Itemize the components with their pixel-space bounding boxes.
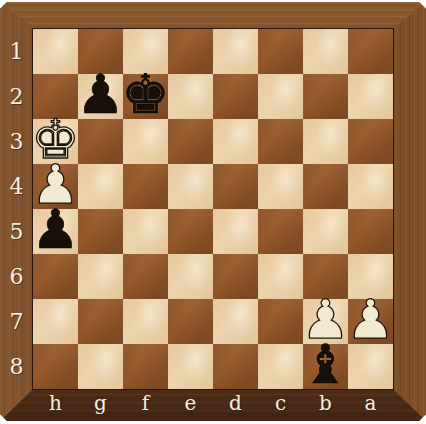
square-c7[interactable] [258,299,303,344]
piece-black-bishop[interactable]: ♝ [301,342,349,387]
square-c2[interactable] [258,74,303,119]
square-f7[interactable] [123,299,168,344]
square-a3[interactable] [348,119,393,164]
square-e3[interactable] [168,119,213,164]
square-g7[interactable] [78,299,123,344]
piece-black-pawn[interactable]: ♟ [31,207,79,252]
square-d8[interactable] [213,344,258,389]
chess-board: ♟♚♚♟♟♟♟♝ [33,29,393,389]
square-e6[interactable] [168,254,213,299]
square-e4[interactable] [168,164,213,209]
square-c3[interactable] [258,119,303,164]
square-d5[interactable] [213,209,258,254]
square-c6[interactable] [258,254,303,299]
square-a5[interactable] [348,209,393,254]
square-c1[interactable] [258,29,303,74]
square-e5[interactable] [168,209,213,254]
square-h7[interactable] [33,299,78,344]
square-a7[interactable]: ♟ [348,299,393,344]
square-f8[interactable] [123,344,168,389]
piece-black-pawn[interactable]: ♟ [76,72,124,117]
square-f6[interactable] [123,254,168,299]
square-d2[interactable] [213,74,258,119]
square-h8[interactable] [33,344,78,389]
square-d6[interactable] [213,254,258,299]
square-h1[interactable] [33,29,78,74]
square-g8[interactable] [78,344,123,389]
square-g6[interactable] [78,254,123,299]
piece-white-pawn[interactable]: ♟ [346,297,394,342]
square-a2[interactable] [348,74,393,119]
square-a8[interactable] [348,344,393,389]
square-f5[interactable] [123,209,168,254]
square-d1[interactable] [213,29,258,74]
square-b8[interactable]: ♝ [303,344,348,389]
square-b4[interactable] [303,164,348,209]
chess-diagram: ♟♚♚♟♟♟♟♝ 12345678hgfedcba [0,0,426,424]
square-c8[interactable] [258,344,303,389]
square-g2[interactable]: ♟ [78,74,123,119]
piece-black-king[interactable]: ♚ [121,72,169,117]
square-b2[interactable] [303,74,348,119]
square-f3[interactable] [123,119,168,164]
square-e1[interactable] [168,29,213,74]
square-c4[interactable] [258,164,303,209]
square-g5[interactable] [78,209,123,254]
square-g3[interactable] [78,119,123,164]
square-d3[interactable] [213,119,258,164]
square-f2[interactable]: ♚ [123,74,168,119]
square-b5[interactable] [303,209,348,254]
square-d4[interactable] [213,164,258,209]
square-f4[interactable] [123,164,168,209]
square-a1[interactable] [348,29,393,74]
square-b3[interactable] [303,119,348,164]
square-c5[interactable] [258,209,303,254]
square-b1[interactable] [303,29,348,74]
square-d7[interactable] [213,299,258,344]
square-h6[interactable] [33,254,78,299]
square-a4[interactable] [348,164,393,209]
square-h5[interactable]: ♟ [33,209,78,254]
square-e8[interactable] [168,344,213,389]
square-e7[interactable] [168,299,213,344]
square-g4[interactable] [78,164,123,209]
square-e2[interactable] [168,74,213,119]
